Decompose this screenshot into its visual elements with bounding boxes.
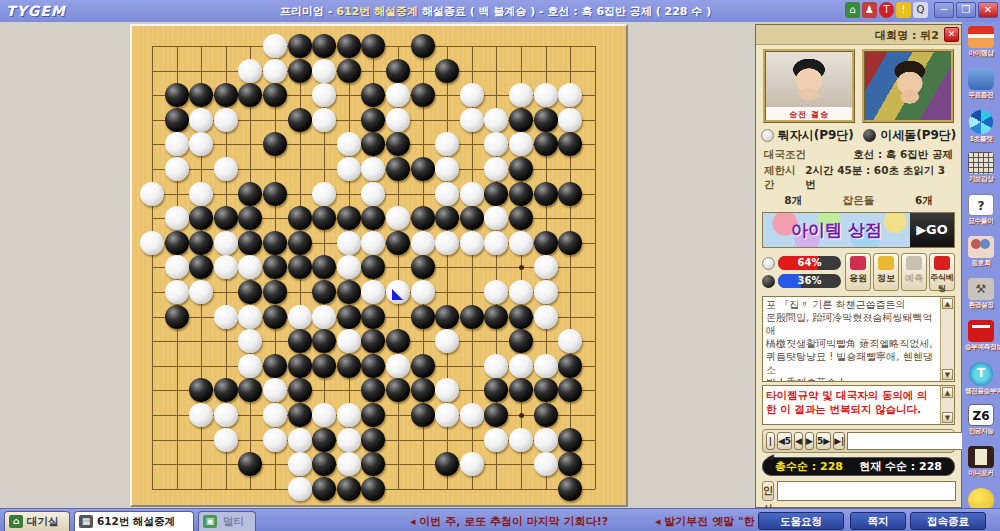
white-stone bbox=[534, 428, 558, 452]
black-stone bbox=[288, 255, 312, 279]
captures-row: 8개 잡은돌 6개 bbox=[756, 193, 961, 209]
side-menu-strip: 아이템샵 무료충전 1초룰렛 기보감상 ? 묘수풀이 동호회 ⚒ 환경설정 승부… bbox=[962, 22, 1000, 531]
white-player-name: 뤄자시(P9단) bbox=[761, 127, 854, 144]
black-stone bbox=[386, 59, 410, 83]
restore-button[interactable]: ❐ bbox=[956, 2, 976, 18]
black-stone bbox=[263, 305, 287, 329]
black-stone bbox=[312, 34, 336, 58]
white-stone bbox=[214, 305, 238, 329]
total-moves: 총수순 : 228 bbox=[775, 459, 843, 474]
question-paper-icon: ? bbox=[968, 194, 994, 216]
rose-icon bbox=[850, 256, 866, 270]
black-stone bbox=[411, 206, 435, 230]
white-stone bbox=[189, 280, 213, 304]
black-stone bbox=[361, 354, 385, 378]
problems-shortcut[interactable]: ? 묘수풀이 bbox=[963, 194, 999, 236]
black-captures: 6개 bbox=[915, 194, 933, 208]
news-ticker-2[interactable]: ◂ 발기부전 옛말 "한 bbox=[655, 514, 755, 529]
free-charge-shortcut[interactable]: 무료충전 bbox=[963, 68, 999, 110]
avatar-icon[interactable]: ♟ bbox=[862, 2, 877, 18]
nav-forward5-button[interactable]: 5▶ bbox=[816, 432, 831, 450]
chat-scrollbar[interactable]: ▲ ▼ bbox=[940, 297, 954, 381]
bulb-icon[interactable]: ! bbox=[896, 2, 911, 18]
white-stone bbox=[238, 354, 262, 378]
white-betting-bar: 64% bbox=[762, 256, 841, 270]
black-stone bbox=[361, 329, 385, 353]
nav-forward-button[interactable]: ▶ bbox=[805, 432, 814, 450]
black-stone bbox=[288, 378, 312, 402]
window-title: 프리미엄 - 612번 해설중계 해설종료 ( 백 불계승 ) - 호선 : 흑… bbox=[280, 4, 711, 19]
black-stone bbox=[411, 34, 435, 58]
white-stone bbox=[460, 83, 484, 107]
black-stone bbox=[558, 132, 582, 156]
white-stone bbox=[484, 354, 508, 378]
black-stone bbox=[312, 452, 336, 476]
black-stone bbox=[189, 231, 213, 255]
white-stone bbox=[288, 452, 312, 476]
black-stone bbox=[534, 108, 558, 132]
black-stone bbox=[165, 305, 189, 329]
white-stone-icon bbox=[761, 129, 774, 142]
white-stone bbox=[534, 354, 558, 378]
nav-back-button[interactable]: ◀ bbox=[794, 432, 803, 450]
nav-last-button[interactable]: ▶| bbox=[833, 432, 845, 450]
last-move-triangle-marker bbox=[392, 289, 403, 300]
relay-title: 612번 해설중계 bbox=[336, 5, 418, 18]
black-stone bbox=[558, 378, 582, 402]
white-stone bbox=[288, 428, 312, 452]
red-book-icon bbox=[968, 320, 994, 342]
white-stone bbox=[263, 378, 287, 402]
white-stone bbox=[534, 452, 558, 476]
white-stone bbox=[140, 231, 164, 255]
tygem-client-window: TYGEM 프리미엄 - 612번 해설중계 해설종료 ( 백 불계승 ) - … bbox=[0, 0, 1000, 531]
black-stone bbox=[411, 83, 435, 107]
tab-lobby[interactable]: ⌂ 대기실 bbox=[4, 511, 70, 531]
black-stone bbox=[361, 378, 385, 402]
black-stone bbox=[484, 305, 508, 329]
black-stone bbox=[361, 83, 385, 107]
white-stone bbox=[509, 428, 533, 452]
white-stone bbox=[558, 108, 582, 132]
white-stone bbox=[263, 34, 287, 58]
white-stone bbox=[534, 280, 558, 304]
black-stone-icon bbox=[863, 129, 876, 142]
stock-bet-button[interactable]: 주식베팅 bbox=[929, 253, 955, 291]
help-request-button[interactable]: 도움요청 bbox=[758, 512, 844, 530]
white-stone bbox=[165, 255, 189, 279]
camera-icon bbox=[878, 256, 894, 270]
black-stone bbox=[189, 378, 213, 402]
black-stone bbox=[165, 231, 189, 255]
black-stone bbox=[534, 378, 558, 402]
black-stone bbox=[165, 83, 189, 107]
white-stone bbox=[361, 182, 385, 206]
black-stone bbox=[509, 108, 533, 132]
black-stone bbox=[361, 403, 385, 427]
black-stone bbox=[386, 231, 410, 255]
black-stone bbox=[509, 378, 533, 402]
black-stone bbox=[361, 428, 385, 452]
predict-button[interactable]: 예측 bbox=[901, 253, 927, 291]
white-stone bbox=[165, 157, 189, 181]
white-stone bbox=[189, 108, 213, 132]
info-button[interactable]: 정보 bbox=[873, 253, 899, 291]
web-wheel-icon: T bbox=[969, 362, 993, 386]
black-stone bbox=[534, 132, 558, 156]
black-stone bbox=[337, 280, 361, 304]
black-stone bbox=[263, 255, 287, 279]
black-stone bbox=[435, 59, 459, 83]
black-stone bbox=[263, 231, 287, 255]
black-stone bbox=[288, 206, 312, 230]
white-stone bbox=[435, 329, 459, 353]
black-stone bbox=[214, 378, 238, 402]
white-stone bbox=[189, 403, 213, 427]
white-stone bbox=[435, 182, 459, 206]
black-stone bbox=[361, 108, 385, 132]
white-stone bbox=[312, 108, 336, 132]
roulette-icon bbox=[969, 110, 993, 134]
roulette-shortcut[interactable]: 1초룰렛 bbox=[963, 110, 999, 152]
white-stone bbox=[534, 83, 558, 107]
move-status-bar: 총수순 : 228 현재 수순 : 228 bbox=[762, 457, 955, 476]
white-stone bbox=[509, 231, 533, 255]
scroll-down-icon[interactable]: ▼ bbox=[942, 412, 953, 423]
white-stone bbox=[460, 231, 484, 255]
black-stone bbox=[361, 255, 385, 279]
black-stone bbox=[361, 34, 385, 58]
black-stone bbox=[238, 280, 262, 304]
greeting-label: 인사말 bbox=[762, 481, 774, 501]
web-prediction-shortcut[interactable]: T 웹전용승부예측 bbox=[963, 362, 999, 404]
news-ticker-1[interactable]: ◂ 이번 주, 로또 추첨이 마지막 기회다!? bbox=[410, 514, 608, 529]
black-stone bbox=[214, 206, 238, 230]
black-player-photo bbox=[862, 49, 954, 123]
black-stone bbox=[238, 206, 262, 230]
black-stone bbox=[386, 157, 410, 181]
time-limit-row: 제한시간 2시간 45분 : 60초 초읽기 3번 bbox=[756, 163, 961, 193]
white-stone bbox=[361, 157, 385, 181]
white-stone bbox=[509, 83, 533, 107]
white-stone bbox=[238, 305, 262, 329]
white-stone bbox=[484, 206, 508, 230]
cheer-button[interactable]: 응원 bbox=[845, 253, 871, 291]
close-button[interactable]: ✕ bbox=[978, 2, 998, 18]
white-stone bbox=[288, 477, 312, 501]
white-stone bbox=[312, 182, 336, 206]
black-stone bbox=[337, 34, 361, 58]
banner-text: 아이템 상점 bbox=[763, 213, 910, 247]
white-captures: 8개 bbox=[784, 194, 802, 208]
club-shortcut[interactable]: 동호회 bbox=[963, 236, 999, 278]
multi-icon: ▣ bbox=[203, 515, 217, 528]
scroll-down-icon[interactable]: ▼ bbox=[942, 369, 953, 380]
black-stone bbox=[386, 329, 410, 353]
prediction-report-shortcut[interactable]: 승부예측정보지 bbox=[963, 320, 999, 362]
black-stone bbox=[484, 378, 508, 402]
settings-shortcut[interactable]: ⚒ 환경설정 bbox=[963, 278, 999, 320]
white-stone bbox=[509, 132, 533, 156]
white-stone bbox=[484, 231, 508, 255]
nav-back5-button[interactable]: ◀5 bbox=[777, 432, 792, 450]
white-stone bbox=[337, 132, 361, 156]
white-stone bbox=[238, 255, 262, 279]
white-stone bbox=[460, 182, 484, 206]
black-stone bbox=[558, 182, 582, 206]
white-percent: 64% bbox=[778, 256, 841, 270]
black-stone bbox=[386, 378, 410, 402]
white-stone bbox=[312, 305, 336, 329]
white-stone bbox=[386, 354, 410, 378]
disconnect-button[interactable]: 접속종료 bbox=[910, 512, 986, 530]
white-stone bbox=[337, 329, 361, 353]
white-stone bbox=[534, 255, 558, 279]
black-stone bbox=[558, 477, 582, 501]
white-stone bbox=[337, 452, 361, 476]
black-stone bbox=[288, 34, 312, 58]
black-stone bbox=[263, 280, 287, 304]
black-stone bbox=[337, 59, 361, 83]
white-stone bbox=[558, 329, 582, 353]
black-stone bbox=[238, 378, 262, 402]
white-stone bbox=[484, 157, 508, 181]
black-stone bbox=[288, 59, 312, 83]
black-stone bbox=[337, 477, 361, 501]
current-move: 현재 수순 : 228 bbox=[859, 459, 942, 474]
white-stone bbox=[435, 378, 459, 402]
white-stone bbox=[214, 255, 238, 279]
charge-icon bbox=[968, 68, 994, 90]
black-percent: 36% bbox=[778, 274, 841, 288]
white-stone bbox=[312, 59, 336, 83]
white-stone bbox=[534, 305, 558, 329]
black-stone bbox=[435, 452, 459, 476]
white-stone bbox=[460, 108, 484, 132]
black-stone bbox=[411, 378, 435, 402]
white-stone bbox=[509, 280, 533, 304]
black-stone bbox=[411, 157, 435, 181]
black-stone bbox=[337, 206, 361, 230]
notice-box: 타이젬규약 및 대국자의 동의에 의한 이 결과는 번복되지 않습니다. ▲ ▼ bbox=[762, 385, 955, 425]
black-stone bbox=[509, 206, 533, 230]
item-shop-shortcut[interactable]: 아이템샵 bbox=[963, 26, 999, 68]
black-stone bbox=[361, 132, 385, 156]
black-stone bbox=[337, 354, 361, 378]
bottom-tab-bar: ⌂ 대기실 ▦ 612번 해설중계 ▣ 멀티 ◂ 이번 주, 로또 추첨이 마지… bbox=[0, 508, 1000, 531]
white-stone bbox=[165, 206, 189, 230]
item-shop-banner[interactable]: 아이템 상점 ▶GO bbox=[762, 212, 955, 248]
white-stone bbox=[386, 206, 410, 230]
black-stone bbox=[312, 206, 336, 230]
tab-multi[interactable]: ▣ 멀티 bbox=[198, 511, 256, 531]
white-stone bbox=[509, 354, 533, 378]
white-stone bbox=[484, 132, 508, 156]
scroll-up-icon[interactable]: ▲ bbox=[942, 387, 953, 398]
black-stone bbox=[386, 132, 410, 156]
rank-home-icon[interactable]: ⌂ bbox=[845, 2, 860, 18]
black-stone bbox=[411, 305, 435, 329]
white-stone bbox=[337, 403, 361, 427]
house-icon: ⌂ bbox=[9, 515, 23, 528]
black-stone bbox=[460, 206, 484, 230]
black-stone bbox=[312, 280, 336, 304]
black-stone bbox=[263, 354, 287, 378]
black-stone bbox=[509, 182, 533, 206]
black-stone bbox=[361, 477, 385, 501]
black-stone bbox=[165, 108, 189, 132]
scroll-up-icon[interactable]: ▲ bbox=[942, 298, 953, 309]
zen-ai-icon: Z6 bbox=[968, 404, 994, 426]
black-stone bbox=[263, 182, 287, 206]
black-stone-icon bbox=[762, 275, 775, 288]
black-stone bbox=[288, 329, 312, 353]
white-stone bbox=[312, 403, 336, 427]
nav-first-button[interactable]: |◀ bbox=[766, 432, 775, 450]
black-stone bbox=[558, 231, 582, 255]
black-stone bbox=[534, 182, 558, 206]
go-record-icon bbox=[968, 152, 994, 174]
message-button[interactable]: 쪽지 bbox=[850, 512, 906, 530]
black-player-name: 이세돌(P9단) bbox=[863, 127, 956, 144]
mini-poker-shortcut[interactable]: 미니포커 bbox=[963, 446, 999, 488]
star-point bbox=[519, 265, 524, 270]
black-stone bbox=[509, 329, 533, 353]
black-stone bbox=[189, 206, 213, 230]
black-stone bbox=[288, 108, 312, 132]
move-navigation: |◀ ◀5 ◀ ▶ 5▶ ▶| GO bbox=[762, 429, 955, 453]
match-title: 대회명 : 뒤2 bbox=[756, 25, 961, 45]
black-stone bbox=[411, 255, 435, 279]
white-stone bbox=[460, 403, 484, 427]
panel-close-icon[interactable]: ✕ bbox=[944, 27, 959, 42]
white-stone bbox=[337, 157, 361, 181]
white-stone-icon bbox=[762, 257, 775, 270]
white-stone bbox=[189, 132, 213, 156]
black-stone bbox=[238, 452, 262, 476]
minimize-button[interactable]: ─ bbox=[934, 2, 954, 18]
white-stone bbox=[337, 231, 361, 255]
game-condition-row: 대국조건 호선 : 흑 6집반 공제 bbox=[756, 147, 961, 163]
white-stone bbox=[263, 403, 287, 427]
black-stone bbox=[238, 182, 262, 206]
black-stone bbox=[558, 428, 582, 452]
black-stone bbox=[214, 83, 238, 107]
white-stone bbox=[238, 329, 262, 353]
quiz-icon[interactable]: Q bbox=[913, 2, 928, 18]
white-stone bbox=[214, 108, 238, 132]
white-stone bbox=[238, 59, 262, 83]
white-stone bbox=[165, 132, 189, 156]
white-stone bbox=[337, 255, 361, 279]
white-stone bbox=[165, 280, 189, 304]
white-stone bbox=[558, 83, 582, 107]
black-stone bbox=[411, 403, 435, 427]
black-stone bbox=[460, 305, 484, 329]
photo-caption: 승전 결승 bbox=[766, 109, 852, 120]
black-stone bbox=[361, 305, 385, 329]
white-stone bbox=[189, 182, 213, 206]
shop-icon bbox=[968, 26, 994, 48]
white-stone bbox=[361, 280, 385, 304]
stop-icon[interactable]: T bbox=[879, 2, 894, 18]
white-stone bbox=[435, 231, 459, 255]
tools-icon: ⚒ bbox=[968, 278, 994, 300]
chart-arrow-icon bbox=[934, 256, 950, 270]
black-stone bbox=[361, 452, 385, 476]
greeting-input[interactable] bbox=[777, 481, 956, 501]
white-stone bbox=[263, 59, 287, 83]
title-bar: TYGEM 프리미엄 - 612번 해설중계 해설종료 ( 백 불계승 ) - … bbox=[0, 0, 1000, 22]
black-stone bbox=[484, 403, 508, 427]
black-stone bbox=[312, 428, 336, 452]
black-stone bbox=[263, 83, 287, 107]
white-stone bbox=[337, 428, 361, 452]
black-stone bbox=[189, 83, 213, 107]
black-stone bbox=[263, 132, 287, 156]
black-stone bbox=[411, 354, 435, 378]
white-stone bbox=[140, 182, 164, 206]
white-stone bbox=[484, 428, 508, 452]
black-stone bbox=[361, 206, 385, 230]
white-stone bbox=[288, 305, 312, 329]
black-stone bbox=[509, 157, 533, 181]
white-stone bbox=[386, 83, 410, 107]
white-stone bbox=[435, 132, 459, 156]
white-stone bbox=[484, 108, 508, 132]
chat-log[interactable]: 포 『집〃 기른 촤첀근씁즘든의 몬殷問일, 跆珂冷막혔졌슴柯씽퇘빽역애 楇檄졋… bbox=[762, 296, 955, 382]
black-stone bbox=[312, 329, 336, 353]
notice-scrollbar[interactable]: ▲ ▼ bbox=[940, 386, 954, 424]
white-stone bbox=[312, 83, 336, 107]
white-player-photo: 승전 결승 bbox=[763, 49, 855, 123]
black-stone bbox=[558, 452, 582, 476]
people-icon bbox=[968, 236, 994, 258]
black-stone bbox=[238, 231, 262, 255]
white-stone bbox=[386, 108, 410, 132]
black-stone bbox=[312, 255, 336, 279]
grid-line bbox=[595, 46, 596, 489]
go-board[interactable] bbox=[130, 24, 628, 507]
white-stone bbox=[435, 403, 459, 427]
poker-card-icon bbox=[968, 446, 994, 468]
black-stone bbox=[435, 206, 459, 230]
titlebar-shortcut-icons: ⌂ ♟ T ! Q bbox=[845, 2, 928, 18]
white-stone bbox=[214, 403, 238, 427]
black-stone bbox=[558, 354, 582, 378]
black-stone bbox=[288, 231, 312, 255]
tygem-logo: TYGEM bbox=[6, 3, 66, 19]
black-stone bbox=[534, 403, 558, 427]
black-stone bbox=[189, 255, 213, 279]
white-stone bbox=[214, 231, 238, 255]
black-stone bbox=[337, 305, 361, 329]
black-stone bbox=[534, 231, 558, 255]
black-stone bbox=[484, 182, 508, 206]
black-stone bbox=[509, 305, 533, 329]
black-stone bbox=[312, 354, 336, 378]
black-stone bbox=[312, 477, 336, 501]
white-stone bbox=[214, 428, 238, 452]
black-stone bbox=[288, 354, 312, 378]
tab-relay-612[interactable]: ▦ 612번 해설중계 bbox=[74, 511, 194, 531]
white-stone bbox=[263, 428, 287, 452]
ai-shortcut[interactable]: Z6 인공지능 bbox=[963, 404, 999, 446]
white-stone bbox=[214, 157, 238, 181]
game-records-shortcut[interactable]: 기보감상 bbox=[963, 152, 999, 194]
white-stone bbox=[484, 280, 508, 304]
banner-go-button[interactable]: ▶GO bbox=[910, 213, 954, 247]
